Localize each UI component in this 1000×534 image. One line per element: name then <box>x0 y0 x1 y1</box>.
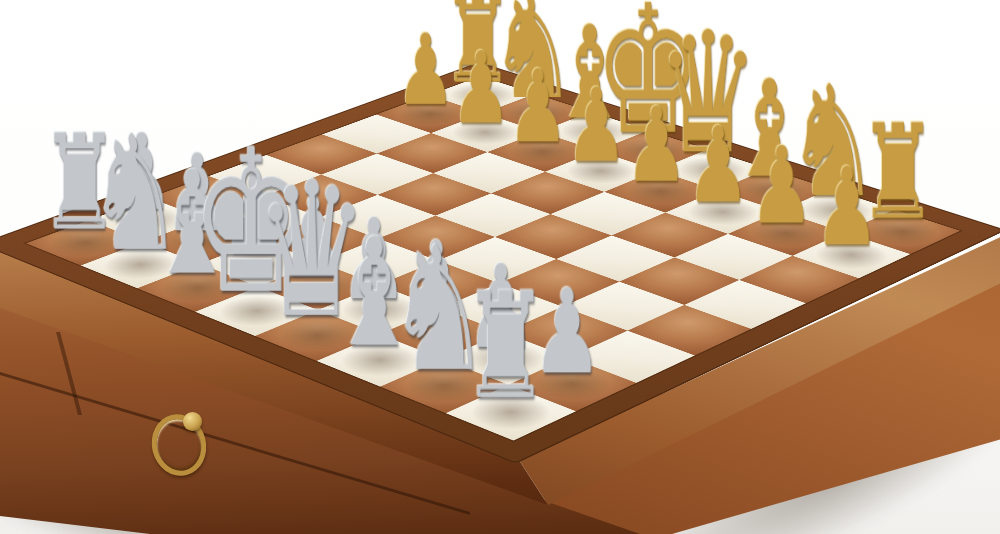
piece-black-pawn[interactable]: ♟ <box>709 158 984 257</box>
chess-board: ♜♞♝♚♛♝♞♜♟♟♟♟♟♟♟♟♟♟♟♟♟♟♟♟♜♞♝♚♛♝♞♜ <box>0 62 1000 464</box>
pieces-layer: ♜♞♝♚♛♝♞♜♟♟♟♟♟♟♟♟♟♟♟♟♟♟♟♟♜♞♝♚♛♝♞♜ <box>26 76 960 440</box>
piece-white-rook[interactable]: ♜ <box>354 280 657 415</box>
product-photo: ♜♞♝♚♛♝♞♜♟♟♟♟♟♟♟♟♟♟♟♟♟♟♟♟♜♞♝♚♛♝♞♜ <box>0 0 1000 534</box>
board-perspective-wrapper: ♜♞♝♚♛♝♞♜♟♟♟♟♟♟♟♟♟♟♟♟♟♟♟♟♜♞♝♚♛♝♞♜ <box>132 0 859 534</box>
